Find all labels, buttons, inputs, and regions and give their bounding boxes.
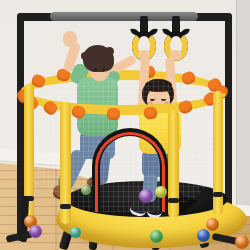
play-ball (139, 189, 153, 203)
eye (94, 68, 97, 71)
play-ball (81, 185, 91, 195)
play-ball (150, 230, 163, 243)
play-ball (29, 225, 42, 238)
wall-corner-band (236, 0, 250, 218)
play-ball (206, 218, 219, 231)
handlebar-red-stripe (95, 132, 165, 212)
play-ball (70, 227, 81, 238)
orange-sleeve (106, 108, 120, 121)
play-ball (155, 186, 167, 198)
post-strap (168, 198, 179, 203)
play-ball (235, 235, 249, 249)
trampoline-product-photo (0, 0, 250, 250)
eye (102, 68, 105, 71)
orange-sleeve (143, 106, 157, 119)
post-strap (60, 204, 71, 209)
right-child-bangs (145, 79, 172, 92)
hair-curl (81, 52, 89, 60)
hair-curl (105, 47, 114, 56)
post-strap (213, 192, 223, 197)
play-ball (197, 229, 210, 242)
